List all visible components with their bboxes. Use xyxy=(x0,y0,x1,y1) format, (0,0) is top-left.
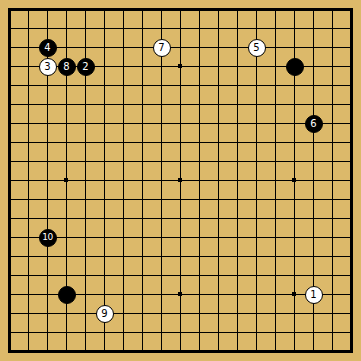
intersection xyxy=(95,171,114,190)
intersection xyxy=(76,342,95,361)
intersection xyxy=(38,95,57,114)
intersection xyxy=(19,266,38,285)
white-stone-move-9: 9 xyxy=(96,305,114,323)
intersection xyxy=(171,0,190,19)
intersection xyxy=(0,285,19,304)
intersection xyxy=(190,342,209,361)
intersection xyxy=(76,209,95,228)
intersection xyxy=(38,209,57,228)
intersection xyxy=(0,228,19,247)
intersection xyxy=(19,342,38,361)
intersection xyxy=(323,19,342,38)
intersection xyxy=(114,133,133,152)
intersection xyxy=(190,152,209,171)
intersection xyxy=(342,247,361,266)
intersection xyxy=(190,209,209,228)
intersection xyxy=(285,323,304,342)
intersection xyxy=(266,190,285,209)
intersection xyxy=(304,19,323,38)
intersection xyxy=(152,190,171,209)
intersection xyxy=(342,228,361,247)
intersection xyxy=(209,152,228,171)
intersection xyxy=(95,190,114,209)
intersection xyxy=(0,76,19,95)
intersection xyxy=(76,171,95,190)
star-point xyxy=(292,292,296,296)
intersection xyxy=(133,266,152,285)
intersection xyxy=(19,285,38,304)
intersection xyxy=(38,266,57,285)
intersection xyxy=(95,209,114,228)
intersection xyxy=(133,114,152,133)
intersection xyxy=(247,266,266,285)
intersection xyxy=(57,171,76,190)
intersection xyxy=(209,57,228,76)
intersection xyxy=(133,171,152,190)
intersection xyxy=(171,57,190,76)
intersection xyxy=(76,133,95,152)
intersection xyxy=(133,304,152,323)
intersection xyxy=(95,76,114,95)
intersection xyxy=(190,171,209,190)
intersection xyxy=(57,76,76,95)
intersection xyxy=(266,152,285,171)
intersection xyxy=(266,114,285,133)
intersection xyxy=(209,114,228,133)
intersection xyxy=(209,304,228,323)
intersection xyxy=(247,323,266,342)
intersection xyxy=(323,171,342,190)
intersection xyxy=(76,0,95,19)
intersection xyxy=(190,38,209,57)
intersection xyxy=(57,304,76,323)
intersection xyxy=(247,304,266,323)
intersection xyxy=(228,171,247,190)
intersection: 10 xyxy=(38,228,57,247)
intersection xyxy=(342,133,361,152)
intersection xyxy=(323,190,342,209)
intersection xyxy=(133,57,152,76)
intersection xyxy=(152,57,171,76)
intersection xyxy=(133,19,152,38)
intersection xyxy=(152,304,171,323)
intersection xyxy=(38,133,57,152)
intersection xyxy=(38,19,57,38)
black-stone xyxy=(58,286,76,304)
intersection: 6 xyxy=(304,114,323,133)
intersection xyxy=(190,190,209,209)
intersection xyxy=(228,95,247,114)
intersection xyxy=(285,38,304,57)
intersection xyxy=(209,76,228,95)
intersection xyxy=(247,95,266,114)
intersection xyxy=(0,190,19,209)
intersection xyxy=(38,190,57,209)
intersection xyxy=(266,133,285,152)
intersection xyxy=(95,323,114,342)
intersection xyxy=(190,285,209,304)
intersection xyxy=(114,19,133,38)
intersection xyxy=(95,114,114,133)
intersection xyxy=(323,38,342,57)
intersection: 1 xyxy=(304,285,323,304)
intersection xyxy=(304,228,323,247)
intersection xyxy=(76,247,95,266)
intersection xyxy=(190,304,209,323)
intersection xyxy=(304,190,323,209)
intersection xyxy=(266,76,285,95)
intersection xyxy=(57,114,76,133)
intersection xyxy=(19,133,38,152)
intersection xyxy=(95,19,114,38)
intersection xyxy=(19,323,38,342)
intersection: 9 xyxy=(95,304,114,323)
intersection xyxy=(133,76,152,95)
intersection xyxy=(133,228,152,247)
black-stone xyxy=(286,58,304,76)
intersection xyxy=(323,247,342,266)
intersection xyxy=(190,266,209,285)
intersection xyxy=(228,304,247,323)
intersection xyxy=(171,266,190,285)
intersection xyxy=(0,38,19,57)
intersection xyxy=(171,76,190,95)
intersection xyxy=(190,228,209,247)
intersection xyxy=(38,0,57,19)
intersection xyxy=(247,57,266,76)
intersection xyxy=(114,209,133,228)
intersection xyxy=(266,19,285,38)
intersection xyxy=(95,38,114,57)
black-stone-move-10: 10 xyxy=(39,229,57,247)
intersection xyxy=(171,342,190,361)
intersection xyxy=(304,0,323,19)
intersection xyxy=(114,114,133,133)
intersection xyxy=(342,304,361,323)
intersection xyxy=(247,285,266,304)
intersection xyxy=(266,266,285,285)
intersection xyxy=(19,0,38,19)
intersection xyxy=(38,304,57,323)
go-grid: 47538261019 xyxy=(0,0,361,361)
intersection xyxy=(209,323,228,342)
intersection xyxy=(247,76,266,95)
intersection xyxy=(171,209,190,228)
intersection xyxy=(342,0,361,19)
intersection: 5 xyxy=(247,38,266,57)
intersection xyxy=(247,19,266,38)
intersection xyxy=(285,76,304,95)
intersection xyxy=(285,171,304,190)
intersection xyxy=(304,342,323,361)
intersection xyxy=(266,323,285,342)
intersection xyxy=(95,57,114,76)
intersection xyxy=(76,19,95,38)
intersection xyxy=(171,228,190,247)
intersection xyxy=(133,152,152,171)
intersection xyxy=(171,323,190,342)
intersection xyxy=(38,247,57,266)
intersection xyxy=(304,209,323,228)
intersection: 7 xyxy=(152,38,171,57)
intersection xyxy=(95,228,114,247)
intersection xyxy=(266,95,285,114)
intersection xyxy=(38,114,57,133)
intersection xyxy=(323,95,342,114)
intersection xyxy=(114,266,133,285)
white-stone-move-7: 7 xyxy=(153,39,171,57)
intersection xyxy=(285,95,304,114)
intersection xyxy=(133,285,152,304)
intersection xyxy=(285,190,304,209)
intersection xyxy=(247,247,266,266)
intersection xyxy=(209,19,228,38)
intersection xyxy=(38,323,57,342)
intersection xyxy=(114,38,133,57)
intersection: 2 xyxy=(76,57,95,76)
intersection xyxy=(38,152,57,171)
intersection xyxy=(171,114,190,133)
intersection xyxy=(76,323,95,342)
intersection xyxy=(342,38,361,57)
intersection xyxy=(133,323,152,342)
intersection xyxy=(323,323,342,342)
intersection xyxy=(0,304,19,323)
intersection xyxy=(209,228,228,247)
intersection xyxy=(76,228,95,247)
intersection xyxy=(228,228,247,247)
intersection: 8 xyxy=(57,57,76,76)
intersection xyxy=(152,285,171,304)
intersection xyxy=(209,133,228,152)
intersection xyxy=(304,304,323,323)
go-board: 47538261019 xyxy=(0,0,361,361)
intersection xyxy=(57,342,76,361)
black-stone-move-4: 4 xyxy=(39,39,57,57)
intersection xyxy=(209,285,228,304)
intersection xyxy=(0,95,19,114)
intersection xyxy=(304,171,323,190)
intersection xyxy=(266,285,285,304)
intersection xyxy=(323,228,342,247)
intersection xyxy=(228,76,247,95)
intersection xyxy=(323,152,342,171)
intersection xyxy=(266,304,285,323)
intersection xyxy=(57,323,76,342)
intersection xyxy=(247,171,266,190)
intersection xyxy=(228,57,247,76)
intersection xyxy=(304,76,323,95)
intersection xyxy=(0,57,19,76)
intersection xyxy=(323,114,342,133)
intersection xyxy=(342,171,361,190)
intersection xyxy=(57,38,76,57)
intersection xyxy=(190,0,209,19)
intersection: 3 xyxy=(38,57,57,76)
intersection xyxy=(209,38,228,57)
intersection xyxy=(209,190,228,209)
intersection xyxy=(285,342,304,361)
intersection xyxy=(285,133,304,152)
intersection xyxy=(342,95,361,114)
star-point xyxy=(178,292,182,296)
intersection xyxy=(57,95,76,114)
intersection xyxy=(285,228,304,247)
intersection xyxy=(19,247,38,266)
intersection xyxy=(285,19,304,38)
intersection xyxy=(19,95,38,114)
intersection xyxy=(38,76,57,95)
intersection xyxy=(304,266,323,285)
intersection xyxy=(209,171,228,190)
intersection xyxy=(304,323,323,342)
intersection xyxy=(19,152,38,171)
intersection xyxy=(247,133,266,152)
star-point xyxy=(292,178,296,182)
intersection xyxy=(190,76,209,95)
intersection xyxy=(342,209,361,228)
intersection xyxy=(190,57,209,76)
intersection xyxy=(266,247,285,266)
star-point xyxy=(64,178,68,182)
star-point xyxy=(178,64,182,68)
intersection xyxy=(247,228,266,247)
intersection xyxy=(133,247,152,266)
intersection xyxy=(19,209,38,228)
intersection xyxy=(247,0,266,19)
intersection xyxy=(114,304,133,323)
intersection xyxy=(114,76,133,95)
intersection xyxy=(304,247,323,266)
intersection xyxy=(285,304,304,323)
black-stone-move-2: 2 xyxy=(77,58,95,76)
intersection xyxy=(266,57,285,76)
black-stone-move-6: 6 xyxy=(305,115,323,133)
white-stone-move-3: 3 xyxy=(39,58,57,76)
intersection xyxy=(19,190,38,209)
intersection xyxy=(285,57,304,76)
intersection xyxy=(76,152,95,171)
intersection xyxy=(228,285,247,304)
intersection xyxy=(95,285,114,304)
intersection xyxy=(285,247,304,266)
intersection xyxy=(0,323,19,342)
intersection xyxy=(19,171,38,190)
intersection xyxy=(95,247,114,266)
intersection xyxy=(133,209,152,228)
intersection xyxy=(95,266,114,285)
black-stone-move-8: 8 xyxy=(58,58,76,76)
intersection xyxy=(266,0,285,19)
intersection xyxy=(342,152,361,171)
intersection xyxy=(0,0,19,19)
intersection xyxy=(152,76,171,95)
intersection xyxy=(209,209,228,228)
intersection xyxy=(114,57,133,76)
intersection xyxy=(38,171,57,190)
intersection xyxy=(342,323,361,342)
intersection xyxy=(342,114,361,133)
intersection xyxy=(0,19,19,38)
intersection xyxy=(152,133,171,152)
intersection xyxy=(95,152,114,171)
intersection xyxy=(342,57,361,76)
intersection xyxy=(190,114,209,133)
intersection xyxy=(247,342,266,361)
intersection xyxy=(76,114,95,133)
intersection xyxy=(76,76,95,95)
intersection xyxy=(171,304,190,323)
intersection xyxy=(190,323,209,342)
intersection xyxy=(133,190,152,209)
intersection xyxy=(228,133,247,152)
intersection xyxy=(285,0,304,19)
intersection xyxy=(152,323,171,342)
intersection xyxy=(57,19,76,38)
intersection xyxy=(247,190,266,209)
intersection xyxy=(57,152,76,171)
intersection xyxy=(19,228,38,247)
intersection xyxy=(323,342,342,361)
intersection xyxy=(95,95,114,114)
intersection xyxy=(228,114,247,133)
intersection xyxy=(133,38,152,57)
intersection xyxy=(114,323,133,342)
intersection xyxy=(114,0,133,19)
intersection xyxy=(190,247,209,266)
intersection xyxy=(76,38,95,57)
intersection xyxy=(19,38,38,57)
intersection xyxy=(57,266,76,285)
intersection xyxy=(152,95,171,114)
intersection xyxy=(114,95,133,114)
intersection xyxy=(342,266,361,285)
intersection xyxy=(57,0,76,19)
intersection xyxy=(266,209,285,228)
intersection: 4 xyxy=(38,38,57,57)
intersection xyxy=(152,228,171,247)
intersection xyxy=(57,190,76,209)
intersection xyxy=(323,76,342,95)
intersection xyxy=(0,266,19,285)
intersection xyxy=(95,0,114,19)
intersection xyxy=(0,152,19,171)
star-point xyxy=(178,178,182,182)
intersection xyxy=(152,171,171,190)
intersection xyxy=(133,342,152,361)
intersection xyxy=(114,171,133,190)
intersection xyxy=(228,38,247,57)
intersection xyxy=(228,190,247,209)
intersection xyxy=(19,304,38,323)
intersection xyxy=(323,133,342,152)
intersection xyxy=(171,171,190,190)
intersection xyxy=(0,114,19,133)
intersection xyxy=(266,342,285,361)
intersection xyxy=(0,133,19,152)
intersection xyxy=(152,247,171,266)
intersection xyxy=(19,114,38,133)
intersection xyxy=(133,133,152,152)
intersection xyxy=(171,152,190,171)
intersection xyxy=(114,285,133,304)
intersection xyxy=(247,209,266,228)
intersection xyxy=(152,209,171,228)
intersection xyxy=(266,38,285,57)
intersection xyxy=(38,342,57,361)
intersection xyxy=(114,152,133,171)
intersection xyxy=(171,285,190,304)
